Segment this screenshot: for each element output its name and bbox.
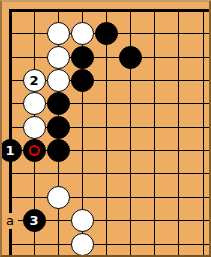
point-label-text: a	[6, 213, 14, 228]
white-stone[interactable]	[23, 92, 46, 115]
white-stone[interactable]	[47, 69, 70, 92]
black-stone[interactable]	[71, 46, 94, 69]
white-stone[interactable]	[47, 186, 70, 209]
white-stone[interactable]	[47, 46, 70, 69]
grid-line-vertical	[154, 9, 155, 255]
grid-line-vertical	[203, 9, 204, 255]
white-stone[interactable]	[71, 233, 94, 256]
point-label-a[interactable]: a	[2, 213, 18, 229]
go-board: 21a3	[0, 0, 211, 257]
white-stone[interactable]	[23, 116, 46, 139]
black-stone[interactable]	[95, 22, 118, 45]
black-stone[interactable]: 3	[23, 209, 46, 232]
black-stone[interactable]	[47, 139, 70, 162]
white-stone[interactable]	[71, 22, 94, 45]
grid-line-vertical	[178, 9, 179, 255]
black-stone[interactable]	[47, 116, 70, 139]
black-stone[interactable]	[71, 69, 94, 92]
grid-line-vertical	[106, 9, 107, 255]
black-stone[interactable]: 1	[0, 139, 22, 162]
black-stone[interactable]	[47, 92, 70, 115]
move-number-label: 3	[30, 214, 39, 227]
circle-mark-icon	[29, 145, 40, 156]
white-stone[interactable]: 2	[23, 69, 46, 92]
white-stone[interactable]	[47, 22, 70, 45]
move-number-label: 1	[5, 144, 14, 157]
white-stone[interactable]	[71, 209, 94, 232]
black-stone[interactable]	[119, 46, 142, 69]
move-number-label: 2	[30, 74, 39, 87]
